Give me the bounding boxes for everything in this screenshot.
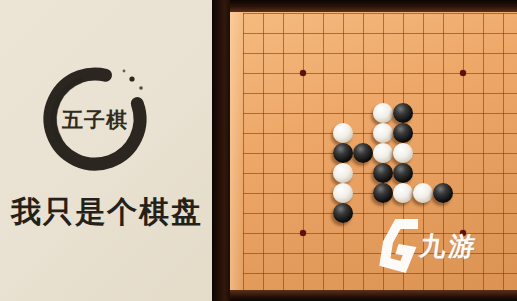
- black-stone: [393, 163, 413, 183]
- black-stone: [373, 163, 393, 183]
- star-point: [460, 70, 466, 76]
- white-stone: [373, 123, 393, 143]
- white-stone: [413, 183, 433, 203]
- board-top-edge: [230, 0, 517, 12]
- nine-game-g-icon: [372, 217, 418, 275]
- white-stone: [333, 123, 353, 143]
- white-stone: [373, 143, 393, 163]
- star-point: [300, 230, 306, 236]
- nine-game-brand-text: 九游: [418, 229, 481, 264]
- nine-game-watermark: 九游: [372, 217, 502, 275]
- board-caption: 我只是个棋盘: [4, 192, 210, 233]
- black-stone: [433, 183, 453, 203]
- black-stone: [393, 103, 413, 123]
- board-bottom-edge: [230, 290, 517, 301]
- black-stone: [333, 203, 353, 223]
- black-stone: [333, 143, 353, 163]
- left-panel: 五子棋 我只是个棋盘: [0, 0, 212, 301]
- logo-title: 五子棋: [46, 106, 144, 134]
- black-stone: [373, 183, 393, 203]
- white-stone: [373, 103, 393, 123]
- gomoku-screenshot: 五子棋 我只是个棋盘 九游: [0, 0, 517, 301]
- board-left-edge: [212, 0, 230, 301]
- white-stone: [333, 163, 353, 183]
- black-stone: [353, 143, 373, 163]
- star-point: [300, 70, 306, 76]
- white-stone: [333, 183, 353, 203]
- white-stone: [393, 183, 413, 203]
- black-stone: [393, 123, 413, 143]
- white-stone: [393, 143, 413, 163]
